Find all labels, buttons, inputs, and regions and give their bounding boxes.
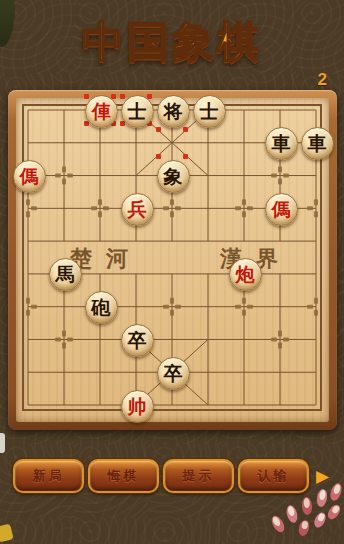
- piece-label: 車: [272, 134, 291, 153]
- piece-black-horse[interactable]: 馬: [49, 258, 82, 291]
- counter-badge: 2: [318, 70, 327, 90]
- undo-button[interactable]: 悔棋: [88, 459, 159, 493]
- piece-black-advisor[interactable]: 士: [193, 95, 226, 128]
- piece-red-horse[interactable]: 傌: [265, 193, 298, 226]
- toolbar: 新局 悔棋 提示 认输 ▶: [13, 459, 329, 493]
- last-move-marker: [157, 128, 187, 158]
- piece-label: 将: [164, 102, 183, 121]
- piece-label: 俥: [92, 102, 111, 121]
- more-arrow-button[interactable]: ▶: [316, 466, 329, 487]
- piece-red-chariot[interactable]: 俥: [85, 95, 118, 128]
- piece-red-horse[interactable]: 傌: [13, 160, 46, 193]
- piece-label: 傌: [20, 167, 39, 186]
- board[interactable]: 楚河 漢界 俥士将士車車傌象兵傌馬炮砲卒卒帅: [16, 98, 329, 422]
- piece-label: 兵: [128, 200, 147, 219]
- piece-black-elephant[interactable]: 象: [157, 160, 190, 193]
- piece-black-soldier[interactable]: 卒: [121, 324, 154, 357]
- piece-label: 卒: [164, 364, 183, 383]
- piece-label: 象: [164, 167, 183, 186]
- app-title: 中国象棋: [0, 14, 344, 70]
- piece-black-chariot[interactable]: 車: [265, 127, 298, 160]
- piece-label: 士: [200, 102, 219, 121]
- app-window: { "app": { "title": "中国象棋", "counter": "…: [0, 0, 344, 544]
- piece-label: 士: [128, 102, 147, 121]
- piece-black-chariot[interactable]: 車: [301, 127, 334, 160]
- piece-label: 馬: [56, 265, 75, 284]
- resign-button[interactable]: 认输: [238, 459, 309, 493]
- edge-decoration: [0, 433, 5, 453]
- piece-black-soldier[interactable]: 卒: [157, 357, 190, 390]
- piece-black-cannon[interactable]: 砲: [85, 291, 118, 324]
- piece-label: 炮: [236, 265, 255, 284]
- piece-label: 帅: [128, 397, 147, 416]
- piece-black-general[interactable]: 将: [157, 95, 190, 128]
- piece-red-cannon[interactable]: 炮: [229, 258, 262, 291]
- piece-label: 車: [308, 134, 327, 153]
- piece-red-general[interactable]: 帅: [121, 390, 154, 423]
- edge-decoration: [0, 523, 14, 542]
- piece-black-advisor[interactable]: 士: [121, 95, 154, 128]
- hint-button[interactable]: 提示: [163, 459, 234, 493]
- piece-label: 砲: [92, 298, 111, 317]
- new-game-button[interactable]: 新局: [13, 459, 84, 493]
- board-frame: 楚河 漢界 俥士将士車車傌象兵傌馬炮砲卒卒帅: [8, 90, 337, 430]
- piece-red-soldier[interactable]: 兵: [121, 193, 154, 226]
- piece-label: 卒: [128, 331, 147, 350]
- piece-label: 傌: [272, 200, 291, 219]
